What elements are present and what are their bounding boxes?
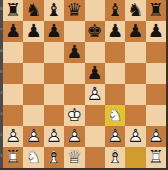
- square-g5[interactable]: [125, 63, 145, 84]
- square-h8[interactable]: ♜: [146, 0, 166, 21]
- square-h1[interactable]: ♜♖: [146, 147, 166, 168]
- piece-black-rook: ♜: [146, 0, 166, 21]
- square-c4[interactable]: [44, 84, 64, 105]
- square-d8[interactable]: ♛: [64, 0, 84, 21]
- piece-white-pawn: ♟♙: [105, 126, 125, 147]
- square-h4[interactable]: [146, 84, 166, 105]
- square-a4[interactable]: [3, 84, 23, 105]
- square-b4[interactable]: [23, 84, 43, 105]
- square-d1[interactable]: ♛♕: [64, 147, 84, 168]
- square-f4[interactable]: [105, 84, 125, 105]
- square-d5[interactable]: [64, 63, 84, 84]
- piece-white-rook: ♜♖: [146, 147, 166, 168]
- square-g1[interactable]: [125, 147, 145, 168]
- square-b3[interactable]: [23, 105, 43, 126]
- square-e8[interactable]: [85, 0, 105, 21]
- square-e5[interactable]: ♟: [85, 63, 105, 84]
- square-a5[interactable]: [3, 63, 23, 84]
- piece-white-knight: ♞♘: [105, 105, 125, 126]
- piece-white-pawn: ♟♙: [23, 126, 43, 147]
- piece-black-pawn: ♟: [3, 21, 23, 42]
- square-f1[interactable]: ♝♗: [105, 147, 125, 168]
- piece-white-pawn: ♟♙: [3, 126, 23, 147]
- piece-white-pawn: ♟♙: [146, 126, 166, 147]
- square-e7[interactable]: ♚: [85, 21, 105, 42]
- square-g8[interactable]: ♞: [125, 0, 145, 21]
- square-c6[interactable]: [44, 42, 64, 63]
- square-f3[interactable]: ♞♘: [105, 105, 125, 126]
- square-g4[interactable]: [125, 84, 145, 105]
- square-b5[interactable]: [23, 63, 43, 84]
- square-b8[interactable]: ♞: [23, 0, 43, 21]
- square-f2[interactable]: ♟♙: [105, 126, 125, 147]
- square-d6[interactable]: ♟: [64, 42, 84, 63]
- piece-black-bishop: ♝: [44, 0, 64, 21]
- piece-black-rook: ♜: [3, 0, 23, 21]
- piece-white-pawn: ♟♙: [125, 126, 145, 147]
- square-h7[interactable]: ♟: [146, 21, 166, 42]
- piece-black-pawn: ♟: [146, 21, 166, 42]
- square-f5[interactable]: [105, 63, 125, 84]
- piece-white-king: ♚♔: [64, 105, 84, 126]
- piece-black-pawn: ♟: [125, 21, 145, 42]
- square-b7[interactable]: ♟: [23, 21, 43, 42]
- square-b2[interactable]: ♟♙: [23, 126, 43, 147]
- piece-black-knight: ♞: [125, 0, 145, 21]
- square-a3[interactable]: [3, 105, 23, 126]
- piece-white-queen: ♛♕: [64, 147, 84, 168]
- square-e6[interactable]: [85, 42, 105, 63]
- square-d4[interactable]: [64, 84, 84, 105]
- square-e1[interactable]: [85, 147, 105, 168]
- square-f7[interactable]: ♟: [105, 21, 125, 42]
- square-a2[interactable]: ♟♙: [3, 126, 23, 147]
- square-c8[interactable]: ♝: [44, 0, 64, 21]
- square-d3[interactable]: ♚♔: [64, 105, 84, 126]
- piece-white-pawn: ♟♙: [44, 126, 64, 147]
- square-d2[interactable]: ♟♙: [64, 126, 84, 147]
- square-g3[interactable]: [125, 105, 145, 126]
- square-c7[interactable]: ♟: [44, 21, 64, 42]
- square-b6[interactable]: [23, 42, 43, 63]
- square-e4[interactable]: ♟♙: [85, 84, 105, 105]
- square-g6[interactable]: [125, 42, 145, 63]
- square-c5[interactable]: [44, 63, 64, 84]
- square-h2[interactable]: ♟♙: [146, 126, 166, 147]
- piece-white-pawn: ♟♙: [85, 84, 105, 105]
- square-c1[interactable]: ♝♗: [44, 147, 64, 168]
- piece-black-king: ♚: [85, 21, 105, 42]
- piece-black-pawn: ♟: [23, 21, 43, 42]
- square-a6[interactable]: [3, 42, 23, 63]
- square-f8[interactable]: ♝: [105, 0, 125, 21]
- piece-white-bishop: ♝♗: [105, 147, 125, 168]
- piece-white-pawn: ♟♙: [64, 126, 84, 147]
- square-b1[interactable]: ♞♘: [23, 147, 43, 168]
- piece-black-pawn: ♟: [44, 21, 64, 42]
- piece-white-knight: ♞♘: [23, 147, 43, 168]
- square-c2[interactable]: ♟♙: [44, 126, 64, 147]
- square-a1[interactable]: ♜♖: [3, 147, 23, 168]
- square-d7[interactable]: [64, 21, 84, 42]
- piece-black-pawn: ♟: [85, 63, 105, 84]
- piece-black-knight: ♞: [23, 0, 43, 21]
- square-h5[interactable]: [146, 63, 166, 84]
- piece-white-bishop: ♝♗: [44, 147, 64, 168]
- square-e3[interactable]: [85, 105, 105, 126]
- square-a8[interactable]: ♜: [3, 0, 23, 21]
- chess-board-frame: 87654321 ♜♞♝♛♝♞♜♟♟♟♚♟♟♟♟♟♟♙♚♔♞♘♟♙♟♙♟♙♟♙♟…: [0, 0, 168, 170]
- square-h3[interactable]: [146, 105, 166, 126]
- piece-black-pawn: ♟: [64, 42, 84, 63]
- piece-black-bishop: ♝: [105, 0, 125, 21]
- square-f6[interactable]: [105, 42, 125, 63]
- piece-black-pawn: ♟: [105, 21, 125, 42]
- piece-black-queen: ♛: [64, 0, 84, 21]
- square-g7[interactable]: ♟: [125, 21, 145, 42]
- square-c3[interactable]: [44, 105, 64, 126]
- square-h6[interactable]: [146, 42, 166, 63]
- square-e2[interactable]: [85, 126, 105, 147]
- square-a7[interactable]: ♟: [3, 21, 23, 42]
- square-g2[interactable]: ♟♙: [125, 126, 145, 147]
- piece-white-rook: ♜♖: [3, 147, 23, 168]
- chess-board: ♜♞♝♛♝♞♜♟♟♟♚♟♟♟♟♟♟♙♚♔♞♘♟♙♟♙♟♙♟♙♟♙♟♙♟♙♜♖♞♘…: [3, 0, 166, 168]
